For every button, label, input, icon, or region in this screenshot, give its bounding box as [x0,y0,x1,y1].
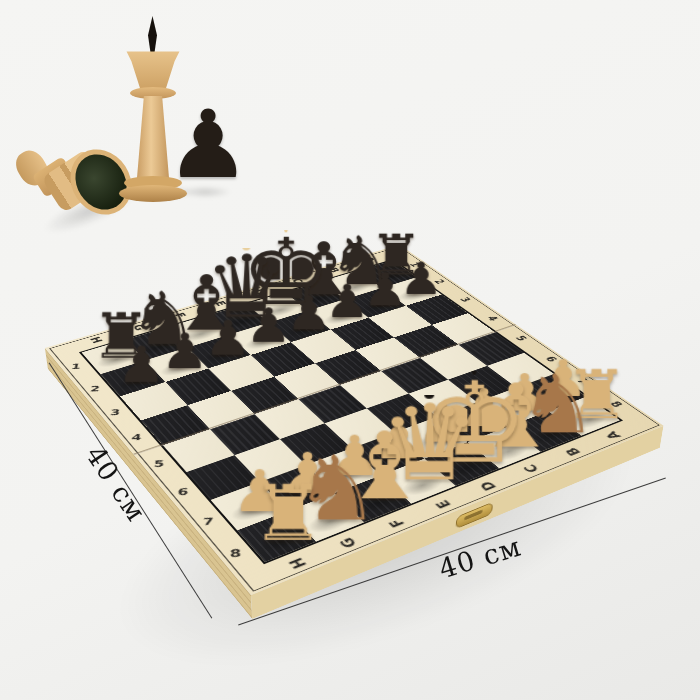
rank-label-left-2: 2 [90,384,101,393]
clasp-latch-icon [456,502,494,530]
file-label-bottom-b: B [562,446,584,458]
king-spike-finial [281,217,290,232]
piece-white-rook: ♜ [251,478,325,549]
file-label-bottom-f: F [386,517,409,530]
product-photo-scene: ♟ ♜♞♝♛♚♝♞♜♟♟♟♟♟♟♟♟♟♟♟♟♟♟♟♟♜♞♝♛♚♝♞♜ HGFED… [0,0,700,700]
rank-label-left-7: 7 [203,516,214,528]
file-label-bottom-h: H [285,555,310,570]
board-scene: ♜♞♝♛♚♝♞♜♟♟♟♟♟♟♟♟♟♟♟♟♟♟♟♟♜♞♝♛♚♝♞♜ HGFEDCB… [0,0,700,700]
chess-board: ♜♞♝♛♚♝♞♜♟♟♟♟♟♟♟♟♟♟♟♟♟♟♟♟♜♞♝♛♚♝♞♜ HGFEDCB… [45,245,664,595]
piece-black-pawn: ♟ [286,291,331,334]
piece-black-pawn: ♟ [325,280,370,322]
piece-black-pawn: ♟ [204,316,251,360]
queen-ball-finial [425,390,435,399]
file-label-bottom-a: A [602,430,624,441]
file-label-bottom-g: G [336,535,360,550]
king-spike-finial [468,356,479,374]
queen-ball-finial [243,243,251,251]
piece-black-pawn: ♟ [246,303,292,347]
rank-label-left-6: 6 [177,486,188,497]
board-grid: ♜♞♝♛♚♝♞♜♟♟♟♟♟♟♟♟♟♟♟♟♟♟♟♟♜♞♝♛♚♝♞♜ [79,259,623,564]
piece-black-pawn: ♟ [161,328,209,373]
piece-black-pawn: ♟ [117,341,166,387]
file-label-bottom-e: E [432,498,454,510]
rank-label-left-3: 3 [110,408,121,417]
rank-label-left-5: 5 [153,459,164,470]
rank-label-right-3: 3 [457,296,473,303]
rank-label-left-8: 8 [230,547,241,560]
rank-label-right-4: 4 [484,315,501,323]
rank-label-left-1: 1 [71,362,82,370]
rank-label-left-4: 4 [131,432,142,442]
rank-label-right-5: 5 [512,334,529,342]
